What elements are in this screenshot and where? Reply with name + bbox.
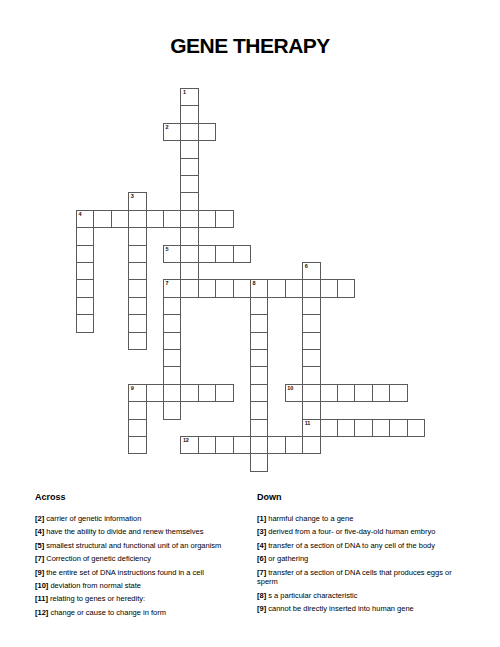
grid-cell[interactable]	[250, 314, 268, 332]
across-clues-section: Across [2] carrier of genetic informatio…	[35, 492, 253, 621]
grid-cell[interactable]	[250, 366, 268, 384]
grid-cell[interactable]	[180, 123, 198, 141]
grid-cell[interactable]	[128, 297, 146, 315]
clue-item: [9] the entire set of DNA instructions f…	[35, 568, 253, 578]
grid-cell[interactable]	[302, 297, 320, 315]
grid-cell[interactable]	[128, 332, 146, 350]
grid-cell[interactable]: 7	[163, 279, 181, 297]
grid-cell[interactable]	[285, 436, 303, 454]
grid-cell[interactable]	[76, 227, 94, 245]
cell-number: 10	[287, 386, 293, 392]
grid-cell[interactable]	[163, 297, 181, 315]
grid-cell[interactable]	[163, 314, 181, 332]
clue-item: [4] have the ability to divide and renew…	[35, 527, 253, 537]
clue-number: [11]	[35, 594, 48, 603]
grid-cell[interactable]	[320, 279, 338, 297]
grid-cell[interactable]	[128, 419, 146, 437]
grid-cell[interactable]	[250, 349, 268, 367]
grid-cell[interactable]	[285, 279, 303, 297]
grid-cell[interactable]: 8	[250, 279, 268, 297]
grid-cell[interactable]	[76, 245, 94, 263]
grid-cell[interactable]	[302, 401, 320, 419]
grid-cell[interactable]	[198, 123, 216, 141]
grid-cell[interactable]: 11	[302, 419, 320, 437]
grid-cell[interactable]: 5	[163, 245, 181, 263]
grid-cell[interactable]	[320, 419, 338, 437]
grid-cell[interactable]: 12	[180, 436, 198, 454]
down-heading: Down	[257, 492, 470, 502]
grid-cell[interactable]	[250, 453, 268, 471]
clue-item: [5] smallest structural and functional u…	[35, 541, 253, 551]
clue-number: [10]	[35, 581, 48, 590]
cell-number: 4	[79, 212, 82, 218]
grid-cell[interactable]	[180, 227, 198, 245]
clue-item: [11] relating to genes or heredity:	[35, 594, 253, 604]
clue-number: [1]	[257, 514, 266, 523]
grid-cell[interactable]	[163, 210, 181, 228]
crossword-grid: 123456789101112	[76, 88, 425, 472]
grid-cell[interactable]	[407, 419, 425, 437]
cell-number: 7	[166, 281, 169, 287]
clue-number: [7]	[257, 568, 266, 577]
grid-cell[interactable]	[180, 140, 198, 158]
clue-item: [9] cannot be directly inserted into hum…	[257, 604, 470, 614]
grid-cell[interactable]	[372, 419, 390, 437]
across-heading: Across	[35, 492, 253, 502]
grid-cell[interactable]	[337, 279, 355, 297]
clue-number: [8]	[257, 591, 266, 600]
grid-cell[interactable]	[198, 436, 216, 454]
puzzle-title: GENE THERAPY	[0, 34, 500, 58]
grid-cell[interactable]	[146, 210, 164, 228]
clue-item: [12] change or cause to change in form	[35, 608, 253, 618]
cell-number: 8	[253, 281, 256, 287]
grid-cell[interactable]	[302, 332, 320, 350]
grid-cell[interactable]	[337, 384, 355, 402]
grid-cell[interactable]	[267, 436, 285, 454]
grid-cell[interactable]	[215, 245, 233, 263]
clue-number: [9]	[257, 604, 266, 613]
grid-cell[interactable]	[128, 262, 146, 280]
grid-cell[interactable]	[302, 314, 320, 332]
clue-number: [12]	[35, 608, 48, 617]
grid-cell[interactable]	[198, 279, 216, 297]
grid-cell[interactable]	[354, 384, 372, 402]
clue-item: [2] carrier of genetic information	[35, 514, 253, 524]
grid-cell[interactable]	[302, 279, 320, 297]
grid-cell[interactable]	[372, 384, 390, 402]
grid-cell[interactable]	[76, 262, 94, 280]
grid-cell[interactable]	[163, 384, 181, 402]
clue-number: [5]	[35, 541, 44, 550]
clue-item: [3] derived from a four- or five-day-old…	[257, 527, 470, 537]
grid-cell[interactable]	[128, 314, 146, 332]
grid-cell[interactable]	[215, 384, 233, 402]
grid-cell[interactable]	[302, 436, 320, 454]
grid-cell[interactable]: 9	[128, 384, 146, 402]
grid-cell[interactable]: 1	[180, 88, 198, 106]
grid-cell[interactable]: 6	[302, 262, 320, 280]
grid-cell[interactable]	[163, 332, 181, 350]
grid-cell[interactable]	[76, 314, 94, 332]
grid-cell[interactable]	[76, 297, 94, 315]
grid-cell[interactable]	[250, 436, 268, 454]
grid-cell[interactable]	[389, 419, 407, 437]
clue-item: [1] harmful change to a gene	[257, 514, 470, 524]
grid-cell[interactable]	[302, 366, 320, 384]
grid-cell[interactable]	[180, 210, 198, 228]
grid-cell[interactable]	[215, 436, 233, 454]
grid-cell[interactable]	[250, 401, 268, 419]
grid-cell[interactable]	[233, 436, 251, 454]
cell-number: 2	[166, 125, 169, 131]
cell-number: 11	[305, 421, 310, 427]
grid-cell[interactable]	[250, 384, 268, 402]
clue-item: [6] or gathering	[257, 554, 470, 564]
grid-cell[interactable]	[111, 210, 129, 228]
cell-number: 12	[183, 438, 189, 444]
grid-cell[interactable]	[76, 279, 94, 297]
grid-cell[interactable]: 10	[285, 384, 303, 402]
grid-cell[interactable]	[320, 384, 338, 402]
grid-cell[interactable]	[198, 210, 216, 228]
grid-cell[interactable]	[250, 297, 268, 315]
clue-item: [7] Correction of genetic deficiency	[35, 554, 253, 564]
cell-number: 1	[183, 90, 186, 96]
clue-item: [8] s a particular characteristic	[257, 591, 470, 601]
cell-number: 6	[305, 264, 308, 270]
cell-number: 9	[131, 386, 134, 392]
grid-cell[interactable]	[93, 210, 111, 228]
crossword-page: GENE THERAPY 123456789101112 Across [2] …	[0, 0, 500, 647]
grid-cell[interactable]	[180, 384, 198, 402]
grid-cell[interactable]	[180, 279, 198, 297]
clue-number: [3]	[257, 527, 266, 536]
grid-cell[interactable]	[233, 279, 251, 297]
grid-cell[interactable]	[250, 332, 268, 350]
clue-number: [9]	[35, 568, 44, 577]
grid-cell[interactable]	[180, 175, 198, 193]
grid-cell[interactable]: 3	[128, 192, 146, 210]
grid-cell[interactable]	[198, 245, 216, 263]
grid-cell[interactable]	[128, 436, 146, 454]
clue-number: [2]	[35, 514, 44, 523]
grid-cell[interactable]	[146, 384, 164, 402]
grid-cell[interactable]	[128, 227, 146, 245]
grid-cell[interactable]	[180, 262, 198, 280]
clue-item: [10] deviation from normal state	[35, 581, 253, 591]
grid-cell[interactable]	[302, 384, 320, 402]
grid-cell[interactable]	[215, 210, 233, 228]
clue-item: [4] transfer of a section of DNA to any …	[257, 541, 470, 551]
down-clues-section: Down [1] harmful change to a gene[3] der…	[257, 492, 470, 617]
grid-cell[interactable]	[250, 419, 268, 437]
grid-cell[interactable]	[180, 105, 198, 123]
grid-cell[interactable]: 4	[76, 210, 94, 228]
grid-cell[interactable]	[163, 349, 181, 367]
grid-cell[interactable]	[128, 401, 146, 419]
grid-cell[interactable]	[337, 419, 355, 437]
clue-number: [7]	[35, 554, 44, 563]
grid-cell[interactable]	[163, 401, 181, 419]
cell-number: 5	[166, 247, 169, 253]
clue-number: [6]	[257, 554, 266, 563]
clue-number: [4]	[35, 527, 44, 536]
grid-cell[interactable]	[198, 384, 216, 402]
grid-cell[interactable]	[128, 210, 146, 228]
grid-cell[interactable]	[163, 366, 181, 384]
across-clue-list: [2] carrier of genetic information[4] ha…	[35, 514, 253, 617]
grid-cell[interactable]	[180, 192, 198, 210]
cell-number: 3	[131, 194, 134, 200]
grid-cell[interactable]	[389, 384, 407, 402]
grid-cell[interactable]: 2	[163, 123, 181, 141]
grid-cell[interactable]	[215, 279, 233, 297]
grid-cell[interactable]	[267, 279, 285, 297]
grid-cell[interactable]	[180, 158, 198, 176]
grid-cell[interactable]	[128, 279, 146, 297]
clue-number: [4]	[257, 541, 266, 550]
clue-item: [7] transfer of a section of DNA cells t…	[257, 568, 470, 587]
grid-cell[interactable]	[354, 419, 372, 437]
down-clue-list: [1] harmful change to a gene[3] derived …	[257, 514, 470, 614]
grid-cell[interactable]	[302, 349, 320, 367]
grid-cell[interactable]	[180, 245, 198, 263]
grid-cell[interactable]	[233, 245, 251, 263]
grid-cell[interactable]	[128, 245, 146, 263]
